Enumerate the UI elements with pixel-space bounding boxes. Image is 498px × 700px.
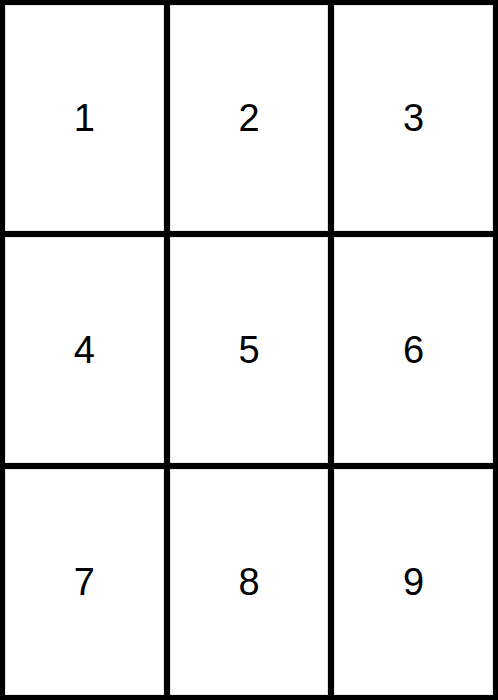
grid-cell-6: 6 xyxy=(334,237,493,463)
grid-cell-2: 2 xyxy=(170,5,329,231)
grid-cell-8: 8 xyxy=(170,469,329,695)
grid-cell-4: 4 xyxy=(5,237,164,463)
grid-cell-5: 5 xyxy=(170,237,329,463)
grid-cell-9: 9 xyxy=(334,469,493,695)
grid-cell-3: 3 xyxy=(334,5,493,231)
grid-cell-1: 1 xyxy=(5,5,164,231)
grid-cell-7: 7 xyxy=(5,469,164,695)
grid-board: 1 2 3 4 5 6 7 8 9 xyxy=(0,0,498,700)
